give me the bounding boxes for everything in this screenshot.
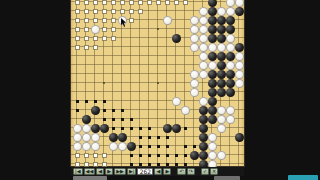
black-territory-marker — [166, 136, 169, 139]
action-button-1[interactable]: ✓ — [201, 168, 209, 175]
black-stone — [190, 151, 199, 160]
black-stone — [82, 115, 91, 124]
white-territory-marker — [76, 1, 79, 4]
bottom-left-button[interactable] — [73, 176, 107, 180]
white-territory-marker — [76, 10, 79, 13]
white-territory-marker — [94, 19, 97, 22]
white-territory-marker — [76, 154, 79, 157]
black-stone — [208, 25, 217, 34]
btn-first[interactable]: |◀ — [73, 168, 83, 175]
btn-forward[interactable]: ▶ — [105, 168, 113, 175]
white-stone — [226, 61, 235, 70]
black-stone — [208, 88, 217, 97]
white-territory-marker — [94, 46, 97, 49]
white-territory-marker — [112, 1, 115, 4]
black-stone — [127, 142, 136, 151]
black-stone — [217, 61, 226, 70]
white-stone — [73, 142, 82, 151]
black-stone — [199, 151, 208, 160]
white-territory-marker — [103, 1, 106, 4]
white-stone — [199, 97, 208, 106]
step-button-1[interactable]: ◀ — [154, 168, 162, 175]
white-stone — [118, 142, 127, 151]
black-territory-marker — [130, 118, 133, 121]
white-territory-marker — [103, 154, 106, 157]
black-territory-marker — [139, 127, 142, 130]
black-territory-marker — [157, 136, 160, 139]
white-territory-marker — [85, 28, 88, 31]
white-stone — [91, 142, 100, 151]
black-territory-marker — [103, 100, 106, 103]
black-stone — [208, 52, 217, 61]
white-stone — [199, 43, 208, 52]
black-territory-marker — [193, 145, 196, 148]
white-stone — [208, 151, 217, 160]
toolbar-spacer — [196, 171, 200, 172]
black-territory-marker — [103, 118, 106, 121]
black-stone — [208, 16, 217, 25]
white-territory-marker — [85, 10, 88, 13]
white-territory-marker — [166, 1, 169, 4]
black-stone — [235, 133, 244, 142]
white-stone — [199, 61, 208, 70]
black-stone — [217, 88, 226, 97]
white-territory-marker — [112, 19, 115, 22]
black-territory-marker — [76, 100, 79, 103]
black-stone — [226, 25, 235, 34]
white-territory-marker — [103, 10, 106, 13]
black-territory-marker — [184, 127, 187, 130]
white-stone — [208, 142, 217, 151]
white-stone — [181, 106, 190, 115]
white-stone — [235, 0, 244, 7]
white-stone — [226, 43, 235, 52]
white-territory-marker — [85, 163, 88, 166]
black-stone — [208, 0, 217, 7]
black-territory-marker — [148, 127, 151, 130]
black-territory-marker — [76, 109, 79, 112]
white-stone — [217, 7, 226, 16]
black-territory-marker — [130, 163, 133, 166]
black-stone — [217, 52, 226, 61]
white-stone — [208, 133, 217, 142]
btn-back[interactable]: ◀ — [96, 168, 104, 175]
black-territory-marker — [148, 163, 151, 166]
black-territory-marker — [184, 154, 187, 157]
black-stone — [199, 115, 208, 124]
black-territory-marker — [166, 145, 169, 148]
bottom-middle-button[interactable] — [214, 176, 240, 180]
white-stone — [226, 34, 235, 43]
white-stone — [190, 25, 199, 34]
black-territory-marker — [103, 109, 106, 112]
white-stone — [109, 142, 118, 151]
black-territory-marker — [148, 145, 151, 148]
black-stone — [91, 124, 100, 133]
white-stone — [217, 151, 226, 160]
btn-last[interactable]: ▶| — [127, 168, 137, 175]
white-territory-marker — [130, 10, 133, 13]
white-territory-marker — [130, 1, 133, 4]
black-stone — [226, 79, 235, 88]
black-stone — [226, 52, 235, 61]
white-territory-marker — [94, 1, 97, 4]
white-territory-marker — [121, 10, 124, 13]
black-territory-marker — [112, 109, 115, 112]
white-stone — [199, 70, 208, 79]
white-territory-marker — [85, 1, 88, 4]
white-territory-marker — [103, 28, 106, 31]
white-territory-marker — [121, 1, 124, 4]
black-territory-marker — [184, 145, 187, 148]
black-stone — [217, 34, 226, 43]
white-stone — [190, 43, 199, 52]
action-button-2[interactable]: ✕ — [210, 168, 218, 175]
black-territory-marker — [139, 154, 142, 157]
black-stone — [217, 25, 226, 34]
white-stone — [217, 43, 226, 52]
tool-button-1[interactable]: ↶ — [177, 168, 185, 175]
black-territory-marker — [94, 100, 97, 103]
white-territory-marker — [85, 154, 88, 157]
star-point — [157, 82, 159, 84]
black-territory-marker — [130, 154, 133, 157]
toolbar-spacer — [172, 171, 176, 172]
white-stone — [91, 133, 100, 142]
white-stone — [208, 61, 217, 70]
white-territory-marker — [76, 28, 79, 31]
white-territory-marker — [112, 28, 115, 31]
white-territory-marker — [175, 1, 178, 4]
black-stone — [217, 70, 226, 79]
btn-forward-fast[interactable]: ▶▶ — [114, 168, 126, 175]
black-stone — [208, 34, 217, 43]
white-stone — [235, 61, 244, 70]
white-territory-marker — [76, 163, 79, 166]
white-territory-marker — [76, 46, 79, 49]
white-territory-marker — [85, 46, 88, 49]
black-stone — [199, 142, 208, 151]
white-stone — [217, 115, 226, 124]
star-point — [157, 28, 159, 30]
black-territory-marker — [175, 154, 178, 157]
black-territory-marker — [121, 118, 124, 121]
black-stone — [208, 106, 217, 115]
black-stone — [100, 124, 109, 133]
white-stone — [199, 16, 208, 25]
step-button-2[interactable]: ▶ — [163, 168, 171, 175]
white-stone — [91, 25, 100, 34]
white-stone — [217, 124, 226, 133]
white-territory-marker — [184, 1, 187, 4]
white-territory-marker — [148, 1, 151, 4]
black-territory-marker — [85, 100, 88, 103]
black-stone — [199, 133, 208, 142]
white-stone — [226, 106, 235, 115]
white-stone — [163, 16, 172, 25]
white-stone — [73, 124, 82, 133]
white-territory-marker — [94, 37, 97, 40]
white-stone — [217, 106, 226, 115]
black-territory-marker — [157, 154, 160, 157]
white-territory-marker — [112, 37, 115, 40]
navigation-toolbar: |◀◀◀◀▶▶▶▶|262◀▶↶↷✓✕ — [71, 167, 244, 176]
go-board[interactable] — [71, 0, 244, 166]
black-stone — [208, 115, 217, 124]
white-stone — [190, 70, 199, 79]
black-territory-marker — [121, 127, 124, 130]
black-stone — [163, 124, 172, 133]
white-stone — [235, 70, 244, 79]
black-stone — [199, 106, 208, 115]
black-territory-marker — [121, 109, 124, 112]
black-territory-marker — [157, 145, 160, 148]
black-territory-marker — [148, 136, 151, 139]
black-stone — [109, 133, 118, 142]
bottom-right-button[interactable] — [288, 175, 318, 180]
black-stone — [226, 16, 235, 25]
black-stone — [208, 79, 217, 88]
white-stone — [73, 133, 82, 142]
white-territory-marker — [94, 154, 97, 157]
white-territory-marker — [94, 163, 97, 166]
white-territory-marker — [103, 163, 106, 166]
black-territory-marker — [184, 163, 187, 166]
black-territory-marker — [175, 163, 178, 166]
white-stone — [190, 79, 199, 88]
black-territory-marker — [112, 127, 115, 130]
black-territory-marker — [139, 145, 142, 148]
white-stone — [199, 25, 208, 34]
white-territory-marker — [130, 19, 133, 22]
white-stone — [235, 52, 244, 61]
black-territory-marker — [148, 154, 151, 157]
white-territory-marker — [76, 37, 79, 40]
black-stone — [217, 16, 226, 25]
black-stone — [118, 133, 127, 142]
white-stone — [208, 43, 217, 52]
tool-button-2[interactable]: ↷ — [187, 168, 195, 175]
white-stone — [82, 133, 91, 142]
white-stone — [226, 115, 235, 124]
move-number-box[interactable]: 262 — [137, 168, 153, 175]
white-territory-marker — [139, 10, 142, 13]
white-territory-marker — [85, 37, 88, 40]
white-stone — [172, 97, 181, 106]
black-stone — [208, 97, 217, 106]
black-stone — [91, 106, 100, 115]
white-stone — [190, 16, 199, 25]
black-stone — [226, 70, 235, 79]
black-territory-marker — [166, 154, 169, 157]
black-territory-marker — [139, 163, 142, 166]
white-territory-marker — [85, 19, 88, 22]
white-territory-marker — [94, 10, 97, 13]
black-stone — [217, 79, 226, 88]
black-territory-marker — [166, 163, 169, 166]
white-territory-marker — [112, 10, 115, 13]
black-stone — [172, 124, 181, 133]
btn-back-fast[interactable]: ◀◀ — [84, 168, 96, 175]
black-stone — [199, 124, 208, 133]
black-stone — [208, 7, 217, 16]
white-stone — [199, 52, 208, 61]
white-stone — [226, 7, 235, 16]
black-stone — [235, 43, 244, 52]
white-stone — [226, 0, 235, 7]
white-stone — [235, 79, 244, 88]
white-territory-marker — [76, 19, 79, 22]
black-stone — [208, 70, 217, 79]
star-point — [103, 82, 105, 84]
black-stone — [172, 34, 181, 43]
app-screen: |◀◀◀◀▶▶▶▶|262◀▶↶↷✓✕ — [0, 0, 320, 180]
white-territory-marker — [157, 1, 160, 4]
white-stone — [199, 7, 208, 16]
white-stone — [190, 34, 199, 43]
white-stone — [190, 88, 199, 97]
white-territory-marker — [103, 19, 106, 22]
white-stone — [82, 142, 91, 151]
black-territory-marker — [130, 127, 133, 130]
white-territory-marker — [103, 37, 106, 40]
black-territory-marker — [112, 118, 115, 121]
white-stone — [199, 34, 208, 43]
black-territory-marker — [157, 163, 160, 166]
black-stone — [235, 7, 244, 16]
black-stone — [226, 88, 235, 97]
white-stone — [82, 124, 91, 133]
white-territory-marker — [139, 1, 142, 4]
black-territory-marker — [139, 136, 142, 139]
